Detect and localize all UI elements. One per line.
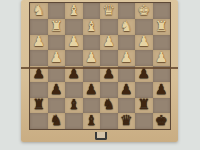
square-a7 [30, 19, 48, 35]
piece-light-king: ♚ [137, 3, 150, 17]
piece-dark-pawn: ♟ [50, 82, 63, 96]
square-h6 [153, 35, 171, 51]
square-d5: ♟ [83, 50, 101, 66]
piece-light-pawn: ♟ [102, 34, 115, 48]
square-f1: ♛ [118, 113, 136, 129]
square-h7: ♜ [153, 19, 171, 35]
square-d2 [83, 98, 101, 114]
square-h3: ♟ [153, 82, 171, 98]
square-g6: ♟ [135, 35, 153, 51]
square-c1 [65, 113, 83, 129]
piece-light-rook: ♜ [50, 19, 63, 33]
square-a5 [30, 50, 48, 66]
square-c6: ♟ [65, 35, 83, 51]
square-f5: ♟ [118, 50, 136, 66]
square-c8: ♝ [65, 3, 83, 19]
piece-light-bishop: ♝ [67, 3, 80, 17]
square-f6 [118, 35, 136, 51]
piece-dark-queen: ♛ [120, 113, 133, 127]
piece-light-pawn: ♟ [85, 50, 98, 64]
chess-set-photo: ♞♝♛♚♜♝♞♜♟♟♟♟♟♟♟♟♟♟♟♟♟♟♟♟♜♝♞♜♞♝♛♚ [0, 0, 200, 150]
square-d3: ♟ [83, 82, 101, 98]
square-g8: ♚ [135, 3, 153, 19]
piece-light-pawn: ♟ [155, 50, 168, 64]
square-a1 [30, 113, 48, 129]
square-a3 [30, 82, 48, 98]
piece-light-pawn: ♟ [32, 34, 45, 48]
square-f7: ♞ [118, 19, 136, 35]
square-g2: ♜ [135, 98, 153, 114]
piece-dark-bishop: ♝ [85, 113, 98, 127]
piece-dark-pawn: ♟ [85, 82, 98, 96]
square-b2 [48, 98, 66, 114]
square-g1 [135, 113, 153, 129]
square-a6: ♟ [30, 35, 48, 51]
square-f2 [118, 98, 136, 114]
board-grid: ♞♝♛♚♜♝♞♜♟♟♟♟♟♟♟♟♟♟♟♟♟♟♟♟♜♝♞♜♞♝♛♚ [29, 2, 171, 130]
piece-dark-rook: ♜ [137, 97, 150, 111]
piece-light-knight: ♞ [120, 19, 133, 33]
square-d8 [83, 3, 101, 19]
square-c7 [65, 19, 83, 35]
square-h1: ♚ [153, 113, 171, 129]
chess-board: ♞♝♛♚♜♝♞♜♟♟♟♟♟♟♟♟♟♟♟♟♟♟♟♟♜♝♞♜♞♝♛♚ [21, 0, 178, 142]
piece-light-pawn: ♟ [50, 50, 63, 64]
square-h5: ♟ [153, 50, 171, 66]
piece-dark-knight: ♞ [50, 113, 63, 127]
square-b5: ♟ [48, 50, 66, 66]
square-b7: ♜ [48, 19, 66, 35]
square-g7 [135, 19, 153, 35]
piece-light-pawn: ♟ [137, 34, 150, 48]
square-b6 [48, 35, 66, 51]
fold-seam [21, 67, 178, 69]
square-c2: ♝ [65, 98, 83, 114]
square-e7 [100, 19, 118, 35]
square-b3: ♟ [48, 82, 66, 98]
piece-light-queen: ♛ [102, 3, 115, 17]
square-e2: ♞ [100, 98, 118, 114]
square-d1: ♝ [83, 113, 101, 129]
piece-dark-rook: ♜ [32, 97, 45, 111]
piece-light-bishop: ♝ [85, 19, 98, 33]
piece-dark-king: ♚ [155, 113, 168, 127]
square-f8 [118, 3, 136, 19]
square-d7: ♝ [83, 19, 101, 35]
square-e5 [100, 50, 118, 66]
square-d6 [83, 35, 101, 51]
piece-dark-bishop: ♝ [67, 97, 80, 111]
piece-light-pawn: ♟ [67, 34, 80, 48]
piece-light-rook: ♜ [155, 19, 168, 33]
square-b8 [48, 3, 66, 19]
square-b1: ♞ [48, 113, 66, 129]
square-c5 [65, 50, 83, 66]
piece-dark-pawn: ♟ [155, 82, 168, 96]
piece-light-pawn: ♟ [120, 50, 133, 64]
square-h8 [153, 3, 171, 19]
clasp-latch-icon [95, 132, 107, 140]
square-e8: ♛ [100, 3, 118, 19]
square-g3 [135, 82, 153, 98]
square-a2: ♜ [30, 98, 48, 114]
square-g5 [135, 50, 153, 66]
square-f3: ♟ [118, 82, 136, 98]
square-e6: ♟ [100, 35, 118, 51]
square-a8: ♞ [30, 3, 48, 19]
square-e1 [100, 113, 118, 129]
piece-dark-pawn: ♟ [120, 82, 133, 96]
square-e3 [100, 82, 118, 98]
square-h2 [153, 98, 171, 114]
piece-light-knight: ♞ [32, 3, 45, 17]
square-c3 [65, 82, 83, 98]
piece-dark-knight: ♞ [102, 97, 115, 111]
